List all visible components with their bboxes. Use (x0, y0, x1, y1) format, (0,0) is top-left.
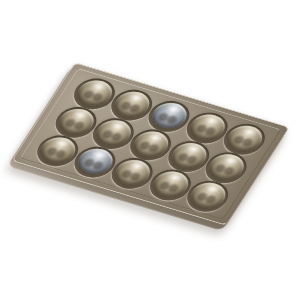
tray-stage (0, 0, 300, 300)
cavity-dome-bronze (186, 179, 232, 212)
cavity-dome-bronze (204, 151, 250, 184)
product-photo (0, 0, 300, 300)
baking-tray (11, 62, 290, 226)
cavity-dome-bronze (222, 122, 268, 155)
